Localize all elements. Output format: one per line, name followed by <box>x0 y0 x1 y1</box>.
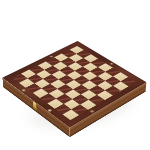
chess-set-photo: ♜♞♝♛♚♝♞♜♟♟♟♟♟♟♟♟♟♟♟♟♟♟♟♟♜♞♝♛♚♝♞♜ <box>0 0 150 150</box>
scene-3d: ♜♞♝♛♚♝♞♜♟♟♟♟♟♟♟♟♟♟♟♟♟♟♟♟♜♞♝♛♚♝♞♜ <box>0 0 150 150</box>
chess-piece-glyph: ♜ <box>53 100 83 116</box>
chess-board: ♜♞♝♛♚♝♞♜♟♟♟♟♟♟♟♟♟♟♟♟♟♟♟♟♜♞♝♛♚♝♞♜ <box>2 41 146 127</box>
brass-latch-icon <box>33 101 37 111</box>
chess-piece-glyph: ♟ <box>104 75 132 87</box>
